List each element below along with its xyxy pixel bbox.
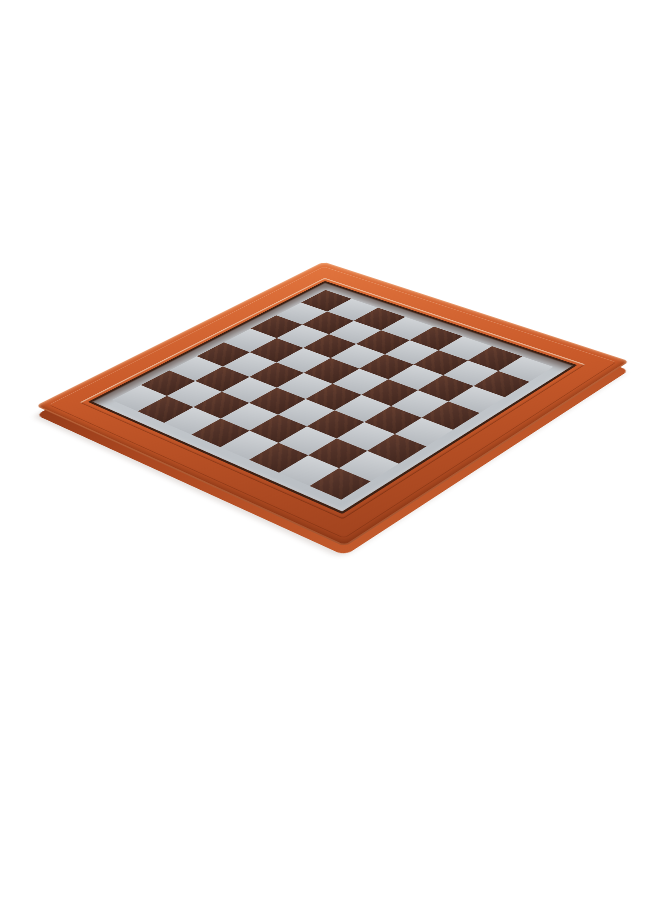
chess-board xyxy=(35,261,629,546)
product-photo-canvas xyxy=(0,0,660,900)
